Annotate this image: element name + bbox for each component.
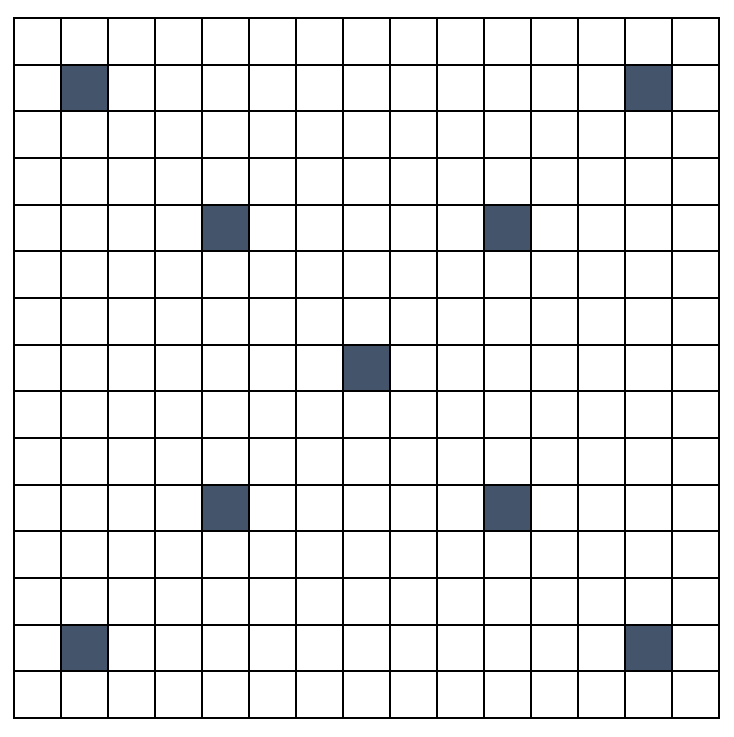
grid-cell[interactable]: [532, 252, 577, 297]
grid-cell[interactable]: [297, 486, 342, 531]
grid-cell[interactable]: [109, 299, 154, 344]
grid-cell[interactable]: [203, 19, 248, 64]
grid-cell[interactable]: [673, 346, 718, 391]
grid-cell[interactable]: [203, 579, 248, 624]
grid-cell[interactable]: [250, 626, 295, 671]
grid-cell[interactable]: [579, 19, 624, 64]
grid-cell[interactable]: [156, 626, 201, 671]
grid-cell[interactable]: [485, 579, 530, 624]
grid-cell[interactable]: [532, 19, 577, 64]
grid-cell[interactable]: [156, 486, 201, 531]
grid-cell[interactable]: [391, 532, 436, 577]
grid-cell[interactable]: [297, 672, 342, 717]
grid-cell[interactable]: [485, 532, 530, 577]
grid-cell[interactable]: [391, 159, 436, 204]
grid-cell[interactable]: [579, 206, 624, 251]
grid-cell[interactable]: [203, 252, 248, 297]
grid-cell[interactable]: [626, 672, 671, 717]
grid-cell[interactable]: [579, 672, 624, 717]
grid-cell[interactable]: [673, 626, 718, 671]
grid-cell[interactable]: [15, 672, 60, 717]
grid-cell[interactable]: [109, 439, 154, 484]
grid-cell[interactable]: [344, 19, 389, 64]
grid-cell[interactable]: [250, 112, 295, 157]
grid-cell[interactable]: [297, 579, 342, 624]
grid-cell[interactable]: [297, 206, 342, 251]
grid-cell[interactable]: [438, 299, 483, 344]
grid-cell[interactable]: [626, 392, 671, 437]
grid-cell[interactable]: [485, 439, 530, 484]
grid-cell[interactable]: [626, 206, 671, 251]
grid-cell[interactable]: [109, 392, 154, 437]
grid-cell[interactable]: [485, 66, 530, 111]
grid-cell[interactable]: [673, 486, 718, 531]
grid-cell[interactable]: [532, 532, 577, 577]
grid-cell[interactable]: [673, 206, 718, 251]
filled-cell[interactable]: [344, 346, 389, 391]
grid-cell[interactable]: [250, 532, 295, 577]
grid-cell[interactable]: [673, 392, 718, 437]
grid-cell[interactable]: [297, 439, 342, 484]
grid-cell[interactable]: [438, 486, 483, 531]
grid-cell[interactable]: [109, 112, 154, 157]
grid-cell[interactable]: [438, 159, 483, 204]
grid-cell[interactable]: [579, 532, 624, 577]
grid-cell[interactable]: [297, 346, 342, 391]
grid-cell[interactable]: [297, 299, 342, 344]
grid-cell[interactable]: [391, 439, 436, 484]
grid-cell[interactable]: [156, 299, 201, 344]
grid-cell[interactable]: [344, 112, 389, 157]
grid-cell[interactable]: [344, 486, 389, 531]
grid-cell[interactable]: [156, 159, 201, 204]
grid-cell[interactable]: [109, 252, 154, 297]
grid-cell[interactable]: [62, 392, 107, 437]
grid-cell[interactable]: [485, 626, 530, 671]
grid-cell[interactable]: [297, 159, 342, 204]
grid-cell[interactable]: [438, 252, 483, 297]
grid-cell[interactable]: [109, 626, 154, 671]
grid-cell[interactable]: [485, 299, 530, 344]
grid-cell[interactable]: [15, 66, 60, 111]
filled-cell[interactable]: [485, 486, 530, 531]
grid-cell[interactable]: [15, 392, 60, 437]
grid-cell[interactable]: [250, 19, 295, 64]
grid-cell[interactable]: [485, 346, 530, 391]
filled-cell[interactable]: [626, 626, 671, 671]
grid-cell[interactable]: [250, 159, 295, 204]
grid-cell[interactable]: [485, 392, 530, 437]
page: [0, 0, 734, 737]
grid-cell[interactable]: [532, 206, 577, 251]
grid-cell[interactable]: [156, 532, 201, 577]
grid-cell[interactable]: [250, 206, 295, 251]
grid-cell[interactable]: [156, 579, 201, 624]
grid-cell[interactable]: [156, 392, 201, 437]
grid-cell[interactable]: [391, 19, 436, 64]
grid-cell[interactable]: [156, 112, 201, 157]
grid-cell[interactable]: [438, 19, 483, 64]
grid-cell[interactable]: [579, 66, 624, 111]
grid-cell[interactable]: [438, 112, 483, 157]
grid-cell[interactable]: [109, 206, 154, 251]
board-grid: [13, 17, 720, 719]
grid-cell[interactable]: [62, 252, 107, 297]
grid-cell[interactable]: [297, 626, 342, 671]
grid-cell[interactable]: [203, 392, 248, 437]
grid-cell[interactable]: [203, 66, 248, 111]
grid-cell[interactable]: [250, 66, 295, 111]
grid-cell[interactable]: [62, 579, 107, 624]
grid-cell[interactable]: [438, 346, 483, 391]
grid-cell[interactable]: [297, 392, 342, 437]
grid-cell[interactable]: [532, 626, 577, 671]
grid-cell[interactable]: [626, 112, 671, 157]
grid-cell[interactable]: [485, 19, 530, 64]
grid-cell[interactable]: [438, 439, 483, 484]
grid-cell[interactable]: [62, 19, 107, 64]
grid-cell[interactable]: [626, 19, 671, 64]
grid-cell[interactable]: [344, 66, 389, 111]
grid-cell[interactable]: [15, 439, 60, 484]
grid-cell[interactable]: [438, 626, 483, 671]
grid-cell[interactable]: [344, 626, 389, 671]
grid-cell[interactable]: [250, 346, 295, 391]
grid-cell[interactable]: [250, 672, 295, 717]
filled-cell[interactable]: [485, 206, 530, 251]
grid-cell[interactable]: [579, 346, 624, 391]
grid-cell[interactable]: [250, 252, 295, 297]
grid-cell[interactable]: [485, 112, 530, 157]
grid-cell[interactable]: [109, 672, 154, 717]
grid-cell[interactable]: [156, 206, 201, 251]
grid-cell[interactable]: [62, 299, 107, 344]
grid-cell[interactable]: [250, 392, 295, 437]
grid-cell[interactable]: [673, 19, 718, 64]
grid-cell[interactable]: [579, 392, 624, 437]
grid-cell[interactable]: [15, 159, 60, 204]
grid-cell[interactable]: [532, 66, 577, 111]
grid-cell[interactable]: [344, 159, 389, 204]
grid-cell[interactable]: [391, 206, 436, 251]
filled-cell[interactable]: [203, 206, 248, 251]
grid-cell[interactable]: [344, 579, 389, 624]
grid-cell[interactable]: [673, 159, 718, 204]
grid-cell[interactable]: [579, 299, 624, 344]
grid-cell[interactable]: [15, 252, 60, 297]
grid-cell[interactable]: [673, 299, 718, 344]
grid-cell[interactable]: [344, 672, 389, 717]
grid-cell[interactable]: [297, 532, 342, 577]
grid-cell[interactable]: [579, 579, 624, 624]
grid-cell[interactable]: [532, 486, 577, 531]
grid-cell[interactable]: [62, 159, 107, 204]
grid-cell[interactable]: [344, 206, 389, 251]
grid-cell[interactable]: [391, 392, 436, 437]
grid-cell[interactable]: [15, 579, 60, 624]
grid-cell[interactable]: [203, 346, 248, 391]
grid-cell[interactable]: [15, 626, 60, 671]
grid-cell[interactable]: [109, 19, 154, 64]
grid-cell[interactable]: [344, 299, 389, 344]
grid-cell[interactable]: [626, 439, 671, 484]
grid-cell[interactable]: [532, 112, 577, 157]
grid-cell[interactable]: [203, 159, 248, 204]
grid-cell[interactable]: [62, 206, 107, 251]
grid-cell[interactable]: [626, 486, 671, 531]
grid-cell[interactable]: [626, 532, 671, 577]
grid-cell[interactable]: [15, 486, 60, 531]
grid-cell[interactable]: [250, 486, 295, 531]
grid-cell[interactable]: [62, 532, 107, 577]
grid-cell[interactable]: [297, 66, 342, 111]
grid-cell[interactable]: [250, 299, 295, 344]
grid-cell[interactable]: [156, 19, 201, 64]
grid-cell[interactable]: [297, 252, 342, 297]
grid-cell[interactable]: [579, 252, 624, 297]
grid-cell[interactable]: [203, 532, 248, 577]
grid-cell[interactable]: [626, 252, 671, 297]
grid-cell[interactable]: [62, 112, 107, 157]
grid-cell[interactable]: [109, 532, 154, 577]
grid-cell[interactable]: [391, 252, 436, 297]
grid-cell[interactable]: [673, 672, 718, 717]
grid-cell[interactable]: [673, 112, 718, 157]
grid-cell[interactable]: [579, 486, 624, 531]
grid-cell[interactable]: [579, 439, 624, 484]
grid-cell[interactable]: [203, 439, 248, 484]
grid-cell[interactable]: [579, 112, 624, 157]
filled-cell[interactable]: [62, 66, 107, 111]
grid-cell[interactable]: [15, 112, 60, 157]
grid-cell[interactable]: [203, 672, 248, 717]
grid-cell[interactable]: [344, 252, 389, 297]
grid-cell[interactable]: [673, 579, 718, 624]
grid-cell[interactable]: [438, 392, 483, 437]
grid-cell[interactable]: [485, 672, 530, 717]
grid-cell[interactable]: [15, 19, 60, 64]
grid-cell[interactable]: [62, 486, 107, 531]
filled-cell[interactable]: [626, 66, 671, 111]
grid-cell[interactable]: [673, 439, 718, 484]
grid-cell[interactable]: [532, 672, 577, 717]
grid-cell[interactable]: [62, 672, 107, 717]
grid-cell[interactable]: [391, 112, 436, 157]
grid-cell[interactable]: [673, 252, 718, 297]
grid-cell[interactable]: [438, 672, 483, 717]
filled-cell[interactable]: [203, 486, 248, 531]
grid-cell[interactable]: [203, 626, 248, 671]
grid-cell[interactable]: [297, 19, 342, 64]
grid-cell[interactable]: [579, 626, 624, 671]
grid-cell[interactable]: [532, 346, 577, 391]
grid-cell[interactable]: [203, 299, 248, 344]
grid-cell[interactable]: [532, 579, 577, 624]
grid-cell[interactable]: [156, 346, 201, 391]
grid-cell[interactable]: [156, 66, 201, 111]
grid-cell[interactable]: [109, 346, 154, 391]
grid-cell[interactable]: [203, 112, 248, 157]
grid-cell[interactable]: [391, 626, 436, 671]
grid-cell[interactable]: [344, 439, 389, 484]
grid-cell[interactable]: [297, 112, 342, 157]
grid-cell[interactable]: [156, 252, 201, 297]
grid-cell[interactable]: [250, 439, 295, 484]
grid-cell[interactable]: [15, 532, 60, 577]
grid-cell[interactable]: [62, 439, 107, 484]
grid-cell[interactable]: [438, 532, 483, 577]
grid-cell[interactable]: [62, 346, 107, 391]
grid-cell[interactable]: [156, 672, 201, 717]
grid-cell[interactable]: [673, 532, 718, 577]
grid-cell[interactable]: [391, 672, 436, 717]
grid-cell[interactable]: [156, 439, 201, 484]
grid-cell[interactable]: [391, 486, 436, 531]
grid-cell[interactable]: [532, 299, 577, 344]
grid-cell[interactable]: [391, 299, 436, 344]
grid-cell[interactable]: [250, 579, 295, 624]
grid-cell[interactable]: [109, 486, 154, 531]
grid-cell[interactable]: [15, 299, 60, 344]
grid-cell[interactable]: [391, 66, 436, 111]
filled-cell[interactable]: [62, 626, 107, 671]
grid-cell[interactable]: [109, 66, 154, 111]
grid-cell[interactable]: [532, 439, 577, 484]
grid-cell[interactable]: [579, 159, 624, 204]
grid-cell[interactable]: [344, 532, 389, 577]
grid-cell[interactable]: [109, 579, 154, 624]
grid-cell[interactable]: [391, 346, 436, 391]
grid-cell[interactable]: [391, 579, 436, 624]
grid-cell[interactable]: [438, 579, 483, 624]
grid-cell[interactable]: [626, 346, 671, 391]
grid-cell[interactable]: [626, 579, 671, 624]
grid-cell[interactable]: [344, 392, 389, 437]
grid-cell[interactable]: [109, 159, 154, 204]
grid-cell[interactable]: [626, 299, 671, 344]
grid-cell[interactable]: [485, 159, 530, 204]
grid-cell[interactable]: [438, 206, 483, 251]
grid-cell[interactable]: [532, 159, 577, 204]
grid-cell[interactable]: [15, 346, 60, 391]
grid-cell[interactable]: [532, 392, 577, 437]
grid-cell[interactable]: [626, 159, 671, 204]
grid-cell[interactable]: [673, 66, 718, 111]
grid-cell[interactable]: [485, 252, 530, 297]
grid-cell[interactable]: [438, 66, 483, 111]
grid-cell[interactable]: [15, 206, 60, 251]
